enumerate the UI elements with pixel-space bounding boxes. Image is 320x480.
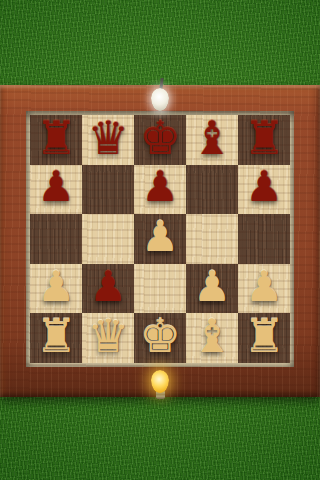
red-rook-a5[interactable]: ♜ bbox=[35, 115, 76, 161]
red-rook-e5[interactable]: ♜ bbox=[243, 115, 284, 161]
red-king-c5[interactable]: ♚ bbox=[139, 115, 180, 161]
square-b2[interactable]: ♟ bbox=[82, 264, 134, 314]
red-queen-b5[interactable]: ♛ bbox=[87, 115, 128, 161]
square-a5[interactable]: ♜ bbox=[30, 115, 82, 165]
square-e3[interactable] bbox=[238, 214, 290, 264]
square-d4[interactable] bbox=[186, 165, 238, 215]
white-pawn-e2[interactable]: ♟ bbox=[245, 266, 283, 308]
square-a4[interactable]: ♟ bbox=[30, 165, 82, 215]
red-pawn-b2[interactable]: ♟ bbox=[89, 266, 127, 308]
white-pawn-d2[interactable]: ♟ bbox=[193, 266, 231, 308]
white-queen-b1[interactable]: ♛ bbox=[87, 313, 128, 359]
square-d2[interactable]: ♟ bbox=[186, 264, 238, 314]
square-a3[interactable] bbox=[30, 214, 82, 264]
white-king-c1[interactable]: ♚ bbox=[139, 313, 180, 359]
square-e4[interactable]: ♟ bbox=[238, 165, 290, 215]
square-d1[interactable]: ♝ bbox=[186, 313, 238, 363]
board-inner-border: ♜♛♚♝♜♟♟♟♟♟♟♟♟♜♛♚♝♜ bbox=[26, 111, 294, 367]
square-a2[interactable]: ♟ bbox=[30, 264, 82, 314]
white-pawn-c3[interactable]: ♟ bbox=[141, 216, 179, 258]
square-e2[interactable]: ♟ bbox=[238, 264, 290, 314]
square-c2[interactable] bbox=[134, 264, 186, 314]
square-b1[interactable]: ♛ bbox=[82, 313, 134, 363]
red-pawn-a4[interactable]: ♟ bbox=[37, 166, 75, 208]
square-b3[interactable] bbox=[82, 214, 134, 264]
square-c1[interactable]: ♚ bbox=[134, 313, 186, 363]
white-rook-a1[interactable]: ♜ bbox=[35, 313, 76, 359]
square-e1[interactable]: ♜ bbox=[238, 313, 290, 363]
red-bishop-d5[interactable]: ♝ bbox=[191, 115, 232, 161]
chess-board[interactable]: ♜♛♚♝♜♟♟♟♟♟♟♟♟♜♛♚♝♜ bbox=[30, 115, 290, 363]
square-b5[interactable]: ♛ bbox=[82, 115, 134, 165]
square-e5[interactable]: ♜ bbox=[238, 115, 290, 165]
square-d3[interactable] bbox=[186, 214, 238, 264]
red-pawn-e4[interactable]: ♟ bbox=[245, 166, 283, 208]
white-bishop-d1[interactable]: ♝ bbox=[191, 313, 232, 359]
red-pawn-c4[interactable]: ♟ bbox=[141, 166, 179, 208]
square-c4[interactable]: ♟ bbox=[134, 165, 186, 215]
square-b4[interactable] bbox=[82, 165, 134, 215]
square-c5[interactable]: ♚ bbox=[134, 115, 186, 165]
chess-board-frame: ♜♛♚♝♜♟♟♟♟♟♟♟♟♜♛♚♝♜ bbox=[0, 85, 320, 397]
white-rook-e1[interactable]: ♜ bbox=[243, 313, 284, 359]
square-a1[interactable]: ♜ bbox=[30, 313, 82, 363]
white-pawn-a2[interactable]: ♟ bbox=[37, 266, 75, 308]
square-c3[interactable]: ♟ bbox=[134, 214, 186, 264]
square-d5[interactable]: ♝ bbox=[186, 115, 238, 165]
